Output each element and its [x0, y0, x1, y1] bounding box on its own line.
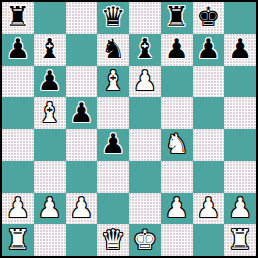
- black-queen-d8[interactable]: ♛: [101, 3, 125, 30]
- square-e3[interactable]: [129, 161, 161, 193]
- square-f1[interactable]: [161, 224, 193, 256]
- square-g7[interactable]: ♟: [193, 34, 225, 66]
- square-b6[interactable]: ♟: [34, 66, 66, 98]
- black-bishop-b7[interactable]: ♝: [38, 35, 62, 62]
- square-f4[interactable]: ♞: [161, 129, 193, 161]
- square-c6[interactable]: [66, 66, 98, 98]
- square-a3[interactable]: [2, 161, 34, 193]
- square-b7[interactable]: ♝: [34, 34, 66, 66]
- white-bishop-d6[interactable]: ♝: [101, 67, 125, 94]
- square-h8[interactable]: [224, 2, 256, 34]
- black-rook-a8[interactable]: ♜: [6, 3, 30, 30]
- square-a4[interactable]: [2, 129, 34, 161]
- square-h2[interactable]: ♟: [224, 193, 256, 225]
- square-e5[interactable]: [129, 97, 161, 129]
- white-rook-a1[interactable]: ♜: [6, 226, 30, 253]
- white-pawn-b2[interactable]: ♟: [38, 194, 62, 221]
- square-d7[interactable]: ♞: [97, 34, 129, 66]
- square-g1[interactable]: [193, 224, 225, 256]
- square-c2[interactable]: ♟: [66, 193, 98, 225]
- square-g2[interactable]: ♟: [193, 193, 225, 225]
- square-d4[interactable]: ♟: [97, 129, 129, 161]
- square-e6[interactable]: ♟: [129, 66, 161, 98]
- square-h3[interactable]: [224, 161, 256, 193]
- white-bishop-b5[interactable]: ♝: [38, 99, 62, 126]
- square-h1[interactable]: ♜: [224, 224, 256, 256]
- square-a1[interactable]: ♜: [2, 224, 34, 256]
- black-bishop-e7[interactable]: ♝: [133, 35, 157, 62]
- square-d3[interactable]: [97, 161, 129, 193]
- white-rook-h1[interactable]: ♜: [228, 226, 252, 253]
- square-d5[interactable]: [97, 97, 129, 129]
- square-b3[interactable]: [34, 161, 66, 193]
- square-a8[interactable]: ♜: [2, 2, 34, 34]
- square-d2[interactable]: [97, 193, 129, 225]
- square-e4[interactable]: [129, 129, 161, 161]
- square-f3[interactable]: [161, 161, 193, 193]
- square-b8[interactable]: [34, 2, 66, 34]
- square-h7[interactable]: ♟: [224, 34, 256, 66]
- square-h4[interactable]: [224, 129, 256, 161]
- square-b5[interactable]: ♝: [34, 97, 66, 129]
- white-pawn-c2[interactable]: ♟: [69, 194, 93, 221]
- black-pawn-h7[interactable]: ♟: [228, 35, 252, 62]
- square-d6[interactable]: ♝: [97, 66, 129, 98]
- square-f5[interactable]: [161, 97, 193, 129]
- square-g3[interactable]: [193, 161, 225, 193]
- square-f6[interactable]: [161, 66, 193, 98]
- black-rook-f8[interactable]: ♜: [165, 3, 189, 30]
- square-c7[interactable]: [66, 34, 98, 66]
- square-g8[interactable]: ♚: [193, 2, 225, 34]
- black-pawn-g7[interactable]: ♟: [196, 35, 220, 62]
- white-queen-d1[interactable]: ♛: [101, 226, 125, 253]
- chess-board: ♜♛♜♚♟♝♞♝♟♟♟♟♝♟♝♟♟♞♟♟♟♟♟♟♜♛♚♜: [0, 0, 258, 258]
- white-pawn-h2[interactable]: ♟: [228, 194, 252, 221]
- square-f7[interactable]: ♟: [161, 34, 193, 66]
- black-pawn-b6[interactable]: ♟: [38, 67, 62, 94]
- square-d8[interactable]: ♛: [97, 2, 129, 34]
- square-g5[interactable]: [193, 97, 225, 129]
- black-king-g8[interactable]: ♚: [196, 3, 220, 30]
- square-h6[interactable]: [224, 66, 256, 98]
- square-f8[interactable]: ♜: [161, 2, 193, 34]
- square-d1[interactable]: ♛: [97, 224, 129, 256]
- white-pawn-a2[interactable]: ♟: [6, 194, 30, 221]
- square-a6[interactable]: [2, 66, 34, 98]
- square-e8[interactable]: [129, 2, 161, 34]
- square-e7[interactable]: ♝: [129, 34, 161, 66]
- white-pawn-g2[interactable]: ♟: [196, 194, 220, 221]
- black-pawn-d4[interactable]: ♟: [101, 130, 125, 157]
- square-b4[interactable]: [34, 129, 66, 161]
- square-g4[interactable]: [193, 129, 225, 161]
- square-h5[interactable]: [224, 97, 256, 129]
- white-king-e1[interactable]: ♚: [133, 226, 157, 253]
- square-f2[interactable]: ♟: [161, 193, 193, 225]
- square-b1[interactable]: [34, 224, 66, 256]
- black-pawn-c5[interactable]: ♟: [69, 99, 93, 126]
- square-c4[interactable]: [66, 129, 98, 161]
- square-e2[interactable]: [129, 193, 161, 225]
- square-a5[interactable]: [2, 97, 34, 129]
- black-pawn-a7[interactable]: ♟: [6, 35, 30, 62]
- square-c8[interactable]: [66, 2, 98, 34]
- black-knight-d7[interactable]: ♞: [101, 35, 125, 62]
- square-c3[interactable]: [66, 161, 98, 193]
- square-a7[interactable]: ♟: [2, 34, 34, 66]
- square-c1[interactable]: [66, 224, 98, 256]
- square-b2[interactable]: ♟: [34, 193, 66, 225]
- white-pawn-e6[interactable]: ♟: [133, 67, 157, 94]
- square-g6[interactable]: [193, 66, 225, 98]
- white-pawn-f2[interactable]: ♟: [165, 194, 189, 221]
- square-a2[interactable]: ♟: [2, 193, 34, 225]
- black-pawn-f7[interactable]: ♟: [165, 35, 189, 62]
- square-e1[interactable]: ♚: [129, 224, 161, 256]
- square-c5[interactable]: ♟: [66, 97, 98, 129]
- white-knight-f4[interactable]: ♞: [165, 130, 189, 157]
